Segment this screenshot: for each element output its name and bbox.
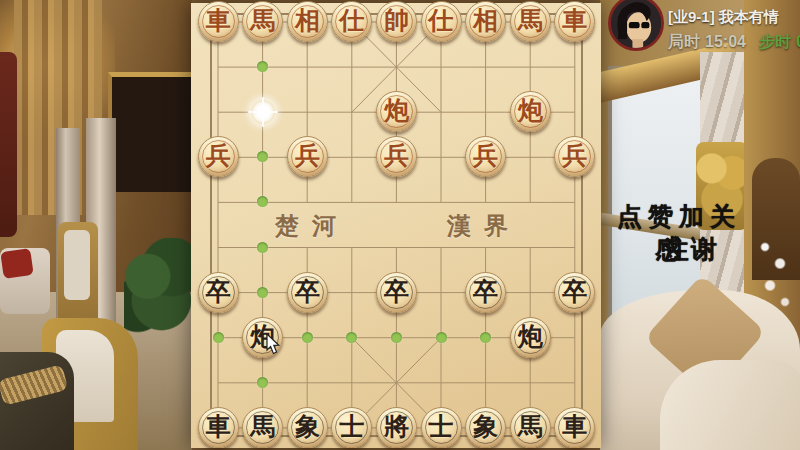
piece-character: 帥 (384, 8, 409, 33)
game-time-label: 局时 (668, 32, 700, 53)
couch-cushion (660, 360, 800, 450)
piece-character: 象 (473, 414, 498, 439)
piece-character: 馬 (250, 414, 275, 439)
move-hint-dot[interactable] (257, 242, 268, 253)
move-hint-dot[interactable] (213, 332, 224, 343)
piece-black-soldier[interactable]: 卒 (465, 272, 506, 313)
move-hint-dot[interactable] (257, 377, 268, 388)
piece-character: 象 (295, 414, 320, 439)
piece-black-chariot[interactable]: 車 (198, 407, 239, 448)
piece-red-advisor[interactable]: 仕 (331, 1, 372, 42)
chair-upholstery (64, 230, 90, 300)
piece-character: 仕 (429, 8, 454, 33)
piece-character: 兵 (384, 143, 409, 168)
piece-character: 士 (429, 414, 454, 439)
piece-black-cannon[interactable]: 炮 (510, 317, 551, 358)
piece-red-chariot[interactable]: 車 (198, 1, 239, 42)
piece-red-elephant[interactable]: 相 (465, 1, 506, 42)
piece-black-soldier[interactable]: 卒 (376, 272, 417, 313)
streamer-name: [业9-1] 我本有情 (668, 8, 779, 27)
piece-red-soldier[interactable]: 兵 (198, 136, 239, 177)
piece-character: 車 (562, 8, 587, 33)
piece-character: 卒 (206, 279, 231, 304)
piece-red-horse[interactable]: 馬 (510, 1, 551, 42)
piece-character: 炮 (518, 98, 543, 123)
move-hint-dot[interactable] (257, 196, 268, 207)
piece-character: 兵 (295, 143, 320, 168)
piece-red-cannon[interactable]: 炮 (376, 91, 417, 132)
piece-character: 車 (206, 414, 231, 439)
piece-black-chariot[interactable]: 車 (554, 407, 595, 448)
piece-character: 馬 (250, 8, 275, 33)
piece-character: 卒 (384, 279, 409, 304)
piece-character: 兵 (206, 143, 231, 168)
piece-black-horse[interactable]: 馬 (510, 407, 551, 448)
piece-red-general[interactable]: 帥 (376, 1, 417, 42)
board-grid[interactable]: 車馬相仕帥仕相馬車炮炮兵兵兵兵兵卒卒卒卒卒炮炮車馬象士將士象馬車 (196, 0, 597, 450)
piece-character: 馬 (518, 414, 543, 439)
piece-black-soldier[interactable]: 卒 (287, 272, 328, 313)
piece-character: 仕 (339, 8, 364, 33)
potted-plant (124, 238, 192, 334)
piece-character: 士 (339, 414, 364, 439)
piece-character: 車 (206, 8, 231, 33)
piece-black-advisor[interactable]: 士 (421, 407, 462, 448)
piece-character: 相 (295, 8, 320, 33)
piece-red-soldier[interactable]: 兵 (465, 136, 506, 177)
piece-black-soldier[interactable]: 卒 (198, 272, 239, 313)
mouse-cursor (266, 334, 283, 356)
move-hint-dot[interactable] (346, 332, 357, 343)
move-hint-dot[interactable] (436, 332, 447, 343)
piece-character: 車 (562, 414, 587, 439)
move-hint-dot[interactable] (257, 61, 268, 72)
move-hint-dot[interactable] (257, 287, 268, 298)
piece-character: 卒 (473, 279, 498, 304)
move-time-value: 00:30 (796, 33, 800, 51)
piece-character: 卒 (562, 279, 587, 304)
piece-black-general[interactable]: 將 (376, 407, 417, 448)
timer-bar: 局时 15:04 步时 00:30 (668, 32, 800, 53)
move-hint-dot[interactable] (257, 151, 268, 162)
piece-red-elephant[interactable]: 相 (287, 1, 328, 42)
move-time-label: 步时 (759, 32, 791, 53)
move-hint-dot[interactable] (302, 332, 313, 343)
piece-red-soldier[interactable]: 兵 (376, 136, 417, 177)
piece-red-chariot[interactable]: 車 (554, 1, 595, 42)
stream-frame: 楚河 漢界 車馬相仕帥仕相馬車炮炮兵兵兵兵兵卒卒卒卒卒炮炮車馬象士將士象馬車 [… (0, 0, 800, 450)
piece-red-horse[interactable]: 馬 (242, 1, 283, 42)
red-pillow (0, 248, 33, 279)
piece-character: 卒 (295, 279, 320, 304)
move-hint-dot[interactable] (480, 332, 491, 343)
red-drape (0, 52, 17, 237)
piece-character: 炮 (384, 98, 409, 123)
piece-black-horse[interactable]: 馬 (242, 407, 283, 448)
piece-black-soldier[interactable]: 卒 (554, 272, 595, 313)
piece-red-soldier[interactable]: 兵 (554, 136, 595, 177)
piece-red-cannon[interactable]: 炮 (510, 91, 551, 132)
piece-black-elephant[interactable]: 象 (287, 407, 328, 448)
piece-character: 相 (473, 8, 498, 33)
game-time-value: 15:04 (705, 33, 746, 51)
last-move-marker (251, 100, 275, 124)
piece-character: 兵 (562, 143, 587, 168)
move-hint-dot[interactable] (391, 332, 402, 343)
piece-red-soldier[interactable]: 兵 (287, 136, 328, 177)
fireplace (108, 72, 192, 192)
piece-character: 炮 (518, 324, 543, 349)
banner-thanks: 感谢 (636, 232, 746, 267)
piece-character: 兵 (473, 143, 498, 168)
piece-character: 將 (384, 414, 409, 439)
xiangqi-board[interactable]: 楚河 漢界 車馬相仕帥仕相馬車炮炮兵兵兵兵兵卒卒卒卒卒炮炮車馬象士將士象馬車 (191, 3, 601, 448)
piece-character: 馬 (518, 8, 543, 33)
piece-black-advisor[interactable]: 士 (331, 407, 372, 448)
piece-black-elephant[interactable]: 象 (465, 407, 506, 448)
piece-red-advisor[interactable]: 仕 (421, 1, 462, 42)
room-background-left (0, 0, 192, 450)
